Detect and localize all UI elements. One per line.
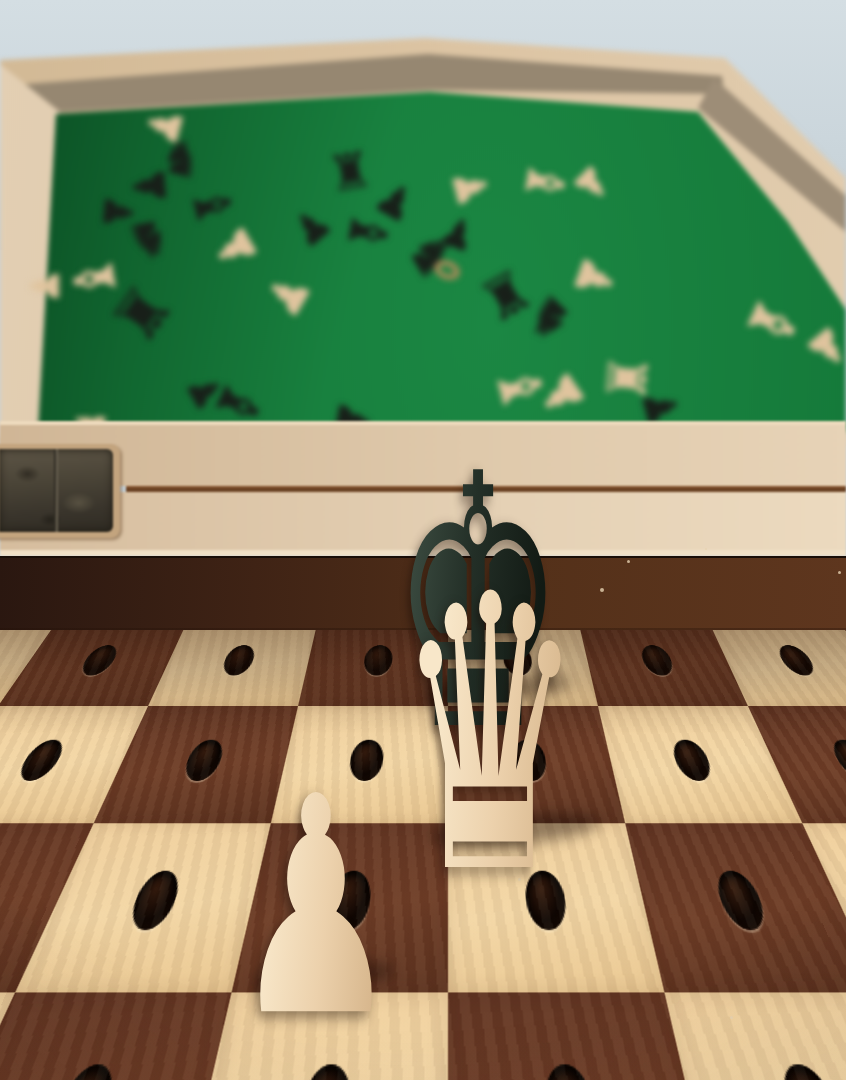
travel-chess-set-photo: ♟♞♟♝♟♞♝♟♜♟♟♜♟♝♟♞♝♟♟♝♟♟♜♞♟♝♟♜♝♟♟♟♟ ♚♛♟ bbox=[0, 0, 846, 1080]
standing-pieces-layer: ♚♛♟ bbox=[0, 0, 846, 1080]
white-queen[interactable]: ♛ bbox=[396, 546, 583, 926]
white-pawn[interactable]: ♟ bbox=[233, 758, 400, 1058]
